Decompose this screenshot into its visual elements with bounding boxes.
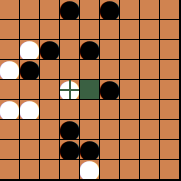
cell-r0-c4[interactable] [80,0,99,19]
cell-r5-c5[interactable] [100,100,119,119]
cell-r4-c6[interactable] [120,80,139,99]
cell-r3-c7[interactable] [140,60,159,79]
cell-r8-c2[interactable] [40,160,59,179]
black-stone: ● [100,80,119,99]
cell-r1-c2[interactable] [40,20,59,39]
cell-r4-c8[interactable] [160,80,179,99]
black-stone: ● [60,140,79,159]
cell-r7-c3[interactable]: ● [60,140,79,159]
black-stone: ● [80,140,99,159]
cell-r2-c7[interactable] [140,40,159,59]
cell-r5-c8[interactable] [160,100,179,119]
cell-r3-c2[interactable] [40,60,59,79]
cell-r0-c0[interactable] [0,0,19,19]
cell-r3-c1[interactable]: ● [20,60,39,79]
cell-r6-c6[interactable] [120,120,139,139]
cell-r6-c4[interactable] [80,120,99,139]
cell-r6-c7[interactable] [140,120,159,139]
cell-r1-c5[interactable] [100,20,119,39]
cell-r7-c0[interactable] [0,140,19,159]
cell-r4-c4-highlight-square[interactable] [80,80,99,99]
cell-r0-c3[interactable]: ● [60,0,79,19]
cell-r0-c6[interactable] [120,0,139,19]
cell-r3-c4[interactable] [80,60,99,79]
cell-r6-c5[interactable] [100,120,119,139]
cell-r2-c3[interactable] [60,40,79,59]
cell-r2-c8[interactable] [160,40,179,59]
cross-marker-horizontal-bar [60,89,79,91]
black-stone: ● [40,40,59,59]
cell-r6-c0[interactable] [0,120,19,139]
cell-r1-c0[interactable] [0,20,19,39]
cell-r1-c3[interactable] [60,20,79,39]
white-stone: ● [0,100,19,119]
cell-r2-c2[interactable]: ● [40,40,59,59]
cell-r3-c8[interactable] [160,60,179,79]
cell-r8-c5[interactable] [100,160,119,179]
cell-r1-c7[interactable] [140,20,159,39]
cell-r0-c2[interactable] [40,0,59,19]
cell-r8-c4[interactable]: ● [80,160,99,179]
cell-r8-c7[interactable] [140,160,159,179]
cell-r7-c7[interactable] [140,140,159,159]
cell-r5-c2[interactable] [40,100,59,119]
cell-r4-c5[interactable]: ● [100,80,119,99]
cell-r6-c1[interactable] [20,120,39,139]
cell-r7-c2[interactable] [40,140,59,159]
black-stone: ● [60,120,79,139]
cell-r8-c0[interactable] [0,160,19,179]
cell-r5-c3[interactable] [60,100,79,119]
cell-r7-c5[interactable] [100,140,119,159]
cell-r3-c5[interactable] [100,60,119,79]
cell-r1-c1[interactable] [20,20,39,39]
cell-r2-c0[interactable] [0,40,19,59]
cell-r7-c6[interactable] [120,140,139,159]
cell-r5-c6[interactable] [120,100,139,119]
white-stone: ● [0,60,19,79]
cell-r0-c8[interactable] [160,0,179,19]
cell-r2-c1[interactable]: ● [20,40,39,59]
cell-r7-c1[interactable] [20,140,39,159]
cell-r5-c1[interactable]: ● [20,100,39,119]
cell-r5-c0[interactable]: ● [0,100,19,119]
cell-r7-c8[interactable] [160,140,179,159]
black-stone: ● [100,0,119,19]
black-stone: ● [60,0,79,19]
cell-r0-c1[interactable] [20,0,39,19]
cell-r3-c6[interactable] [120,60,139,79]
cell-r7-c4[interactable]: ● [80,140,99,159]
cell-r4-c7[interactable] [140,80,159,99]
white-stone: ● [20,100,39,119]
cell-r4-c0[interactable] [0,80,19,99]
cell-r8-c8[interactable] [160,160,179,179]
cell-r3-c0[interactable]: ● [0,60,19,79]
white-stone: ● [80,160,99,179]
cell-r4-c3[interactable]: ● [60,80,79,99]
white-stone: ● [20,40,39,59]
game-board: ●●●●●●●●●●●●●●● [0,0,181,181]
cell-r1-c6[interactable] [120,20,139,39]
cell-r2-c5[interactable] [100,40,119,59]
cell-r3-c3[interactable] [60,60,79,79]
cell-r0-c5[interactable]: ● [100,0,119,19]
cell-r8-c6[interactable] [120,160,139,179]
cell-r2-c6[interactable] [120,40,139,59]
black-stone: ● [20,60,39,79]
cell-r8-c1[interactable] [20,160,39,179]
cell-r0-c7[interactable] [140,0,159,19]
cell-r4-c2[interactable] [40,80,59,99]
cell-r5-c4[interactable] [80,100,99,119]
cell-r2-c4[interactable]: ● [80,40,99,59]
cell-r1-c8[interactable] [160,20,179,39]
cell-r6-c2[interactable] [40,120,59,139]
cell-r8-c3[interactable] [60,160,79,179]
cell-r5-c7[interactable] [140,100,159,119]
cell-r1-c4[interactable] [80,20,99,39]
cell-r6-c8[interactable] [160,120,179,139]
cell-r4-c1[interactable] [20,80,39,99]
black-stone: ● [80,40,99,59]
cell-r6-c3[interactable]: ● [60,120,79,139]
